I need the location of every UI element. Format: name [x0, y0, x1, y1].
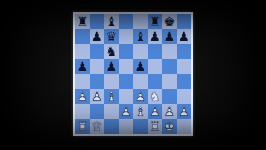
piece-detail-glyph: ♗ [133, 104, 148, 119]
square-f3[interactable]: ♞♘ [148, 89, 163, 104]
piece-detail-glyph: ♘ [148, 89, 163, 104]
chess-board: ♜♝♜♚♟♛♝♟♟♟♞♟♟♟♟♙♟♙♝♗♟♙♞♘♟♙♝♗♟♙♟♙♟♙♜♖♛♕♜♖… [73, 12, 193, 136]
piece-glyph: ♟ [162, 29, 177, 44]
black-pawn: ♟ [90, 29, 105, 44]
square-h4[interactable] [177, 74, 192, 89]
piece-glyph: ♞ [104, 44, 119, 59]
square-e6[interactable] [133, 44, 148, 59]
black-pawn: ♟ [133, 59, 148, 74]
black-queen: ♛ [104, 29, 119, 44]
square-g2[interactable]: ♟♙ [162, 104, 177, 119]
square-e1[interactable] [133, 119, 148, 134]
square-b2[interactable] [90, 104, 105, 119]
square-g7[interactable]: ♟ [162, 29, 177, 44]
square-f1[interactable]: ♜♖ [148, 119, 163, 134]
video-frame: ♜♝♜♚♟♛♝♟♟♟♞♟♟♟♟♙♟♙♝♗♟♙♞♘♟♙♝♗♟♙♟♙♟♙♜♖♛♕♜♖… [0, 0, 266, 150]
square-h1[interactable] [177, 119, 192, 134]
black-pawn: ♟ [162, 29, 177, 44]
white-pawn: ♟♙ [133, 89, 148, 104]
piece-glyph: ♝ [133, 29, 148, 44]
piece-detail-glyph: ♙ [133, 89, 148, 104]
white-rook: ♜♖ [148, 119, 163, 134]
square-g3[interactable] [162, 89, 177, 104]
black-pawn: ♟ [177, 29, 192, 44]
white-pawn: ♟♙ [177, 104, 192, 119]
piece-detail-glyph: ♙ [90, 89, 105, 104]
white-rook: ♜♖ [75, 119, 90, 134]
square-g6[interactable] [162, 44, 177, 59]
square-h8[interactable] [177, 14, 192, 29]
piece-glyph: ♚ [162, 14, 177, 29]
square-h7[interactable]: ♟ [177, 29, 192, 44]
piece-glyph: ♛ [104, 29, 119, 44]
square-f8[interactable]: ♜ [148, 14, 163, 29]
square-d3[interactable] [119, 89, 134, 104]
piece-detail-glyph: ♗ [104, 89, 119, 104]
square-h3[interactable] [177, 89, 192, 104]
square-e2[interactable]: ♝♗ [133, 104, 148, 119]
square-c8[interactable]: ♝ [104, 14, 119, 29]
square-c6[interactable]: ♞ [104, 44, 119, 59]
piece-detail-glyph: ♕ [90, 119, 105, 134]
square-e5[interactable]: ♟ [133, 59, 148, 74]
square-b5[interactable] [90, 59, 105, 74]
piece-glyph: ♟ [133, 59, 148, 74]
piece-glyph: ♟ [104, 59, 119, 74]
square-e4[interactable] [133, 74, 148, 89]
black-pawn: ♟ [148, 29, 163, 44]
square-a7[interactable] [75, 29, 90, 44]
white-pawn: ♟♙ [119, 104, 134, 119]
white-pawn: ♟♙ [90, 89, 105, 104]
square-a4[interactable] [75, 74, 90, 89]
square-d7[interactable] [119, 29, 134, 44]
white-pawn: ♟♙ [148, 104, 163, 119]
piece-glyph: ♟ [177, 29, 192, 44]
square-c4[interactable] [104, 74, 119, 89]
square-d8[interactable] [119, 14, 134, 29]
piece-glyph: ♜ [148, 14, 163, 29]
square-f6[interactable] [148, 44, 163, 59]
piece-detail-glyph: ♖ [75, 119, 90, 134]
square-a5[interactable]: ♟ [75, 59, 90, 74]
square-g1[interactable]: ♚♔ [162, 119, 177, 134]
black-bishop: ♝ [133, 29, 148, 44]
square-d5[interactable] [119, 59, 134, 74]
square-a3[interactable]: ♟♙ [75, 89, 90, 104]
square-b8[interactable] [90, 14, 105, 29]
square-d2[interactable]: ♟♙ [119, 104, 134, 119]
black-king: ♚ [162, 14, 177, 29]
piece-glyph: ♝ [104, 14, 119, 29]
square-g4[interactable] [162, 74, 177, 89]
white-bishop: ♝♗ [104, 89, 119, 104]
square-f4[interactable] [148, 74, 163, 89]
square-e8[interactable] [133, 14, 148, 29]
square-f7[interactable]: ♟ [148, 29, 163, 44]
piece-detail-glyph: ♔ [162, 119, 177, 134]
piece-detail-glyph: ♙ [148, 104, 163, 119]
white-pawn: ♟♙ [75, 89, 90, 104]
piece-detail-glyph: ♙ [162, 104, 177, 119]
square-c7[interactable]: ♛ [104, 29, 119, 44]
black-bishop: ♝ [104, 14, 119, 29]
white-bishop: ♝♗ [133, 104, 148, 119]
square-d4[interactable] [119, 74, 134, 89]
black-pawn: ♟ [104, 59, 119, 74]
square-h2[interactable]: ♟♙ [177, 104, 192, 119]
square-d6[interactable] [119, 44, 134, 59]
black-rook: ♜ [148, 14, 163, 29]
square-c1[interactable] [104, 119, 119, 134]
square-a8[interactable]: ♜ [75, 14, 90, 29]
square-e3[interactable]: ♟♙ [133, 89, 148, 104]
square-a6[interactable] [75, 44, 90, 59]
square-h6[interactable] [177, 44, 192, 59]
black-rook: ♜ [75, 14, 90, 29]
piece-detail-glyph: ♖ [148, 119, 163, 134]
square-a2[interactable] [75, 104, 90, 119]
square-b3[interactable]: ♟♙ [90, 89, 105, 104]
white-knight: ♞♘ [148, 89, 163, 104]
piece-detail-glyph: ♙ [119, 104, 134, 119]
white-queen: ♛♕ [90, 119, 105, 134]
square-c2[interactable] [104, 104, 119, 119]
square-e7[interactable]: ♝ [133, 29, 148, 44]
square-g8[interactable]: ♚ [162, 14, 177, 29]
square-f2[interactable]: ♟♙ [148, 104, 163, 119]
square-c5[interactable]: ♟ [104, 59, 119, 74]
square-h5[interactable] [177, 59, 192, 74]
square-b4[interactable] [90, 74, 105, 89]
board-grid: ♜♝♜♚♟♛♝♟♟♟♞♟♟♟♟♙♟♙♝♗♟♙♞♘♟♙♝♗♟♙♟♙♟♙♜♖♛♕♜♖… [75, 14, 191, 134]
square-b7[interactable]: ♟ [90, 29, 105, 44]
square-c3[interactable]: ♝♗ [104, 89, 119, 104]
square-d1[interactable] [119, 119, 134, 134]
black-knight: ♞ [104, 44, 119, 59]
black-pawn: ♟ [75, 59, 90, 74]
piece-glyph: ♟ [75, 59, 90, 74]
square-b6[interactable] [90, 44, 105, 59]
square-g5[interactable] [162, 59, 177, 74]
piece-glyph: ♜ [75, 14, 90, 29]
square-b1[interactable]: ♛♕ [90, 119, 105, 134]
piece-glyph: ♟ [90, 29, 105, 44]
piece-glyph: ♟ [148, 29, 163, 44]
white-king: ♚♔ [162, 119, 177, 134]
white-pawn: ♟♙ [162, 104, 177, 119]
piece-detail-glyph: ♙ [75, 89, 90, 104]
square-a1[interactable]: ♜♖ [75, 119, 90, 134]
piece-detail-glyph: ♙ [177, 104, 192, 119]
square-f5[interactable] [148, 59, 163, 74]
